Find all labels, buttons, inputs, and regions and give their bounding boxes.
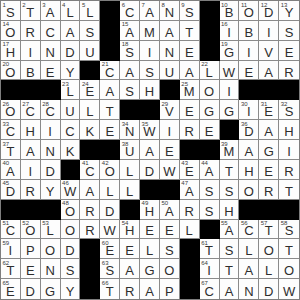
cell-r4c2[interactable]: B (21, 61, 41, 81)
cell-letter: E (125, 244, 134, 257)
clue-number-53: 53 (42, 220, 49, 227)
cell-letter: D (105, 205, 114, 218)
cell-r7c3[interactable]: I (41, 120, 61, 140)
black-cell-r10c9 (160, 180, 180, 200)
cell-r13c12[interactable]: S (220, 239, 240, 259)
cell-r8c14[interactable]: G (259, 140, 279, 160)
cell-r14c4[interactable]: S (61, 259, 81, 279)
cell-letter: I (267, 26, 271, 39)
cell-r3c13[interactable]: I (239, 41, 259, 61)
cell-letter: Y (46, 185, 55, 198)
cell-r13c6[interactable]: 60E (100, 239, 120, 259)
cell-r12c4[interactable]: O (61, 220, 81, 240)
clue-number-65: 65 (3, 280, 10, 287)
cell-r4c7[interactable]: A (120, 61, 140, 81)
cell-r15c2[interactable]: D (21, 279, 41, 299)
clue-number-37: 37 (3, 141, 10, 148)
cell-r4c6[interactable]: 21C (100, 61, 120, 81)
cell-r10c1[interactable]: 45D (1, 180, 21, 200)
cell-r7c13[interactable]: 36D (239, 120, 259, 140)
cell-r9c1[interactable]: 40A (1, 160, 21, 180)
cell-r13c15[interactable]: T (279, 239, 299, 259)
cell-r8c4[interactable]: K (61, 140, 81, 160)
cell-r3c2[interactable]: I (21, 41, 41, 61)
cell-r6c9[interactable]: 29V (160, 100, 180, 120)
clue-number-23: 23 (62, 81, 69, 88)
cell-r3c12[interactable]: 19G (220, 41, 240, 61)
cell-r9c15[interactable]: R (279, 160, 299, 180)
cell-r9c8[interactable]: D (140, 160, 160, 180)
cell-r14c6[interactable]: 63S (100, 259, 120, 279)
cell-letter: S (225, 244, 234, 257)
cell-letter: D (65, 46, 74, 59)
cell-r6c10[interactable]: E (180, 100, 200, 120)
cell-letter: E (165, 145, 174, 158)
cell-r15c15[interactable]: W (279, 279, 299, 299)
black-cell-r12c11 (200, 220, 220, 240)
cell-r13c8[interactable]: L (140, 239, 160, 259)
cell-r9c5[interactable]: 41C (80, 160, 100, 180)
cell-r4c14[interactable]: A (259, 61, 279, 81)
cell-r12c14[interactable]: 57T (259, 220, 279, 240)
cell-r4c8[interactable]: S (140, 61, 160, 81)
cell-letter: I (227, 85, 231, 98)
cell-r1c13[interactable]: 11O (239, 1, 259, 21)
cell-r15c13[interactable]: N (239, 279, 259, 299)
clue-number-19: 19 (221, 41, 228, 48)
cell-r8c13[interactable]: A (239, 140, 259, 160)
cell-r2c7[interactable]: 15A (120, 21, 140, 41)
clue-number-62: 62 (3, 260, 10, 267)
cell-r12c15[interactable]: 58S (279, 220, 299, 240)
cell-letter: A (145, 145, 154, 158)
cell-r10c12[interactable]: S (220, 180, 240, 200)
black-cell-r11c13 (239, 200, 259, 220)
cell-r4c10[interactable]: A (180, 61, 200, 81)
cell-r13c13[interactable]: L (239, 239, 259, 259)
cell-r7c9[interactable]: I (160, 120, 180, 140)
cell-r14c14[interactable]: L (259, 259, 279, 279)
cell-r11c4[interactable]: 48O (61, 200, 81, 220)
cell-r4c15[interactable]: R (279, 61, 299, 81)
cell-r8c12[interactable]: 39M (220, 140, 240, 160)
cell-r7c11[interactable]: E (200, 120, 220, 140)
cell-r8c9[interactable]: E (160, 140, 180, 160)
cell-r7c6[interactable]: E (100, 120, 120, 140)
cell-r14c7[interactable]: A (120, 259, 140, 279)
cell-r3c4[interactable]: D (61, 41, 81, 61)
cell-letter: O (284, 264, 294, 277)
cell-r12c5[interactable]: R (80, 220, 100, 240)
cell-r11c10[interactable]: R (180, 200, 200, 220)
cell-r5c12[interactable]: I (220, 80, 240, 100)
cell-r6c6[interactable]: T (100, 100, 120, 120)
cell-r6c12[interactable]: G (220, 100, 240, 120)
cell-r12c8[interactable]: E (140, 220, 160, 240)
clue-number-18: 18 (122, 41, 129, 48)
cell-r14c15[interactable]: O (279, 259, 299, 279)
clue-number-57: 57 (261, 220, 268, 227)
cell-r13c3[interactable]: O (41, 239, 61, 259)
clue-number-36: 36 (241, 121, 248, 128)
cell-r2c9[interactable]: A (160, 21, 180, 41)
cell-r12c7[interactable]: 54H (120, 220, 140, 240)
cell-r3c8[interactable]: I (140, 41, 160, 61)
clue-number-5: 5 (82, 2, 85, 9)
cell-r1c2[interactable]: 2T (21, 1, 41, 21)
cell-r13c14[interactable]: O (259, 239, 279, 259)
cell-r7c7[interactable]: 34N (120, 120, 140, 140)
cell-r14c12[interactable]: T (220, 259, 240, 279)
cell-r7c15[interactable]: H (279, 120, 299, 140)
cell-letter: O (264, 244, 274, 257)
cell-letter: S (86, 26, 95, 39)
cell-r11c9[interactable]: 50A (160, 200, 180, 220)
cell-letter: R (26, 185, 35, 198)
black-cell-r5c3 (41, 80, 61, 100)
cell-r13c4[interactable]: D (61, 239, 81, 259)
clue-number-46: 46 (62, 180, 69, 187)
cell-r15c14[interactable]: D (259, 279, 279, 299)
cell-r9c7[interactable]: L (120, 160, 140, 180)
cell-r10c15[interactable]: T (279, 180, 299, 200)
cell-r5c6[interactable]: A (100, 80, 120, 100)
cell-letter: P (26, 244, 35, 257)
black-cell-r8c5 (80, 140, 100, 160)
cell-letter: L (86, 105, 93, 118)
cell-letter: U (65, 105, 74, 118)
cell-r8c3[interactable]: N (41, 140, 61, 160)
cell-r14c1[interactable]: 62T (1, 259, 21, 279)
cell-r6c13[interactable]: 30I (239, 100, 259, 120)
cell-r1c9[interactable]: 8N (160, 1, 180, 21)
cell-letter: W (104, 224, 116, 237)
cell-r9c10[interactable]: 43E (180, 160, 200, 180)
cell-letter: M (144, 26, 155, 39)
clue-number-63: 63 (102, 260, 109, 267)
cell-letter: P (165, 285, 174, 298)
cell-letter: A (165, 26, 174, 39)
cell-r5c10[interactable]: 25M (180, 80, 200, 100)
cell-r9c2[interactable]: I (21, 160, 41, 180)
clue-number-25: 25 (181, 81, 188, 88)
cell-r15c3[interactable]: G (41, 279, 61, 299)
cell-r3c10[interactable]: E (180, 41, 200, 61)
cell-r7c14[interactable]: A (259, 120, 279, 140)
cell-letter: S (6, 6, 15, 19)
cell-r3c5[interactable]: U (80, 41, 100, 61)
cell-letter: R (264, 185, 273, 198)
cell-letter: E (285, 46, 294, 59)
cell-letter: D (145, 165, 154, 178)
cell-r9c13[interactable]: H (239, 160, 259, 180)
cell-letter: R (26, 26, 35, 39)
cell-letter: W (223, 66, 235, 79)
black-cell-r13c10 (180, 239, 200, 259)
cell-r3c14[interactable]: V (259, 41, 279, 61)
cell-r5c8[interactable]: H (140, 80, 160, 100)
cell-r15c4[interactable]: Y (61, 279, 81, 299)
cell-r5c5[interactable]: 24E (80, 80, 100, 100)
cell-r6c1[interactable]: 26O (1, 100, 21, 120)
cell-r2c10[interactable]: T (180, 21, 200, 41)
cell-r13c2[interactable]: P (21, 239, 41, 259)
cell-r1c5[interactable]: 5L (80, 1, 100, 21)
cell-r6c2[interactable]: 27C (21, 100, 41, 120)
cell-r6c15[interactable]: 32S (279, 100, 299, 120)
cell-letter: W (283, 285, 295, 298)
cell-letter: T (285, 244, 293, 257)
cell-r12c13[interactable]: 56C (239, 220, 259, 240)
black-cell-r4c5 (80, 61, 100, 81)
cell-letter: N (244, 285, 253, 298)
cell-r12c1[interactable]: 51C (1, 220, 21, 240)
black-cell-r3c6 (100, 41, 120, 61)
cell-r12c9[interactable]: E (160, 220, 180, 240)
cell-letter: U (165, 66, 174, 79)
cell-r15c9[interactable]: P (160, 279, 180, 299)
cell-r12c10[interactable]: L (180, 220, 200, 240)
cell-r14c9[interactable]: O (160, 259, 180, 279)
clue-number-3: 3 (42, 2, 45, 9)
cell-r11c11[interactable]: S (200, 200, 220, 220)
cell-letter: L (126, 185, 133, 198)
cell-r1c8[interactable]: 7A (140, 1, 160, 21)
cell-r9c11[interactable]: 44A (200, 160, 220, 180)
cell-r11c8[interactable]: 49H (140, 200, 160, 220)
cell-r1c14[interactable]: 12D (259, 1, 279, 21)
cell-r15c11[interactable]: 67C (200, 279, 220, 299)
cell-r4c1[interactable]: 20O (1, 61, 21, 81)
cell-r4c13[interactable]: E (239, 61, 259, 81)
cell-r7c10[interactable]: R (180, 120, 200, 140)
cell-letter: I (247, 46, 251, 59)
cell-r1c12[interactable]: 10B (220, 1, 240, 21)
cell-letter: I (287, 145, 291, 158)
cell-r14c11[interactable]: 64I (200, 259, 220, 279)
cell-letter: E (185, 105, 194, 118)
cell-r7c8[interactable]: 35W (140, 120, 160, 140)
clue-number-2: 2 (22, 2, 25, 9)
cell-letter: S (205, 205, 214, 218)
cell-r15c8[interactable]: A (140, 279, 160, 299)
cell-letter: B (26, 66, 35, 79)
cell-r3c15[interactable]: E (279, 41, 299, 61)
cell-letter: L (126, 165, 133, 178)
black-cell-r1c6 (100, 1, 120, 21)
cell-r8c1[interactable]: 37T (1, 140, 21, 160)
cell-letter: C (125, 6, 134, 19)
cell-r2c5[interactable]: S (80, 21, 100, 41)
cell-r8c7[interactable]: 38U (120, 140, 140, 160)
cell-r6c5[interactable]: L (80, 100, 100, 120)
cell-r4c11[interactable]: 22L (200, 61, 220, 81)
cell-letter: L (106, 185, 113, 198)
cell-r2c3[interactable]: C (41, 21, 61, 41)
black-cell-r7c12 (220, 120, 240, 140)
cell-r10c10[interactable]: 47A (180, 180, 200, 200)
cell-r6c11[interactable]: G (200, 100, 220, 120)
cell-r12c12[interactable]: 55A (220, 220, 240, 240)
cell-r4c12[interactable]: W (220, 61, 240, 81)
clue-number-9: 9 (181, 2, 184, 9)
cell-r10c4[interactable]: 46W (61, 180, 81, 200)
cell-letter: E (26, 264, 35, 277)
cell-r1c3[interactable]: 3A (41, 1, 61, 21)
cell-r15c6[interactable]: 66T (100, 279, 120, 299)
clue-number-60: 60 (102, 240, 109, 247)
cell-r2c14[interactable]: I (259, 21, 279, 41)
cell-r1c15[interactable]: 13Y (279, 1, 299, 21)
cell-r6c14[interactable]: 31E (259, 100, 279, 120)
cell-letter: L (265, 264, 272, 277)
cell-r7c4[interactable]: C (61, 120, 81, 140)
cell-r8c8[interactable]: A (140, 140, 160, 160)
cell-r5c11[interactable]: O (200, 80, 220, 100)
cell-letter: R (284, 66, 293, 79)
clue-number-32: 32 (281, 101, 288, 108)
clue-number-50: 50 (161, 200, 168, 207)
cell-letter: N (45, 46, 54, 59)
cell-r15c12[interactable]: A (220, 279, 240, 299)
cell-r2c4[interactable]: A (61, 21, 81, 41)
cell-r7c1[interactable]: 33C (1, 120, 21, 140)
cell-r2c15[interactable]: S (279, 21, 299, 41)
cell-letter: H (284, 125, 293, 138)
cell-letter: A (264, 66, 273, 79)
cell-r1c10[interactable]: 9S (180, 1, 200, 21)
cell-r13c11[interactable]: 61T (200, 239, 220, 259)
clue-number-58: 58 (281, 220, 288, 227)
cell-r8c2[interactable]: A (21, 140, 41, 160)
clue-number-47: 47 (181, 180, 188, 187)
cell-r11c12[interactable]: H (220, 200, 240, 220)
cell-r13c7[interactable]: E (120, 239, 140, 259)
cell-r4c3[interactable]: E (41, 61, 61, 81)
black-cell-r3c11 (200, 41, 220, 61)
cell-letter: T (185, 26, 193, 39)
cell-r1c4[interactable]: 4L (61, 1, 81, 21)
cell-letter: L (86, 6, 93, 19)
cell-r10c2[interactable]: R (21, 180, 41, 200)
cell-r5c7[interactable]: S (120, 80, 140, 100)
cell-r10c13[interactable]: O (239, 180, 259, 200)
cell-r15c7[interactable]: R (120, 279, 140, 299)
cell-r10c3[interactable]: Y (41, 180, 61, 200)
cell-r3c1[interactable]: 17H (1, 41, 21, 61)
cell-letter: R (85, 224, 94, 237)
cell-letter: R (284, 165, 293, 178)
clue-number-16: 16 (221, 21, 228, 28)
cell-letter: I (28, 46, 32, 59)
cell-r1c7[interactable]: 6C (120, 1, 140, 21)
cell-r11c5[interactable]: R (80, 200, 100, 220)
cell-letter: B (244, 26, 253, 39)
cell-r9c12[interactable]: T (220, 160, 240, 180)
cell-letter: A (105, 85, 114, 98)
cell-letter: K (66, 145, 75, 158)
cell-r14c13[interactable]: A (239, 259, 259, 279)
cell-r4c9[interactable]: U (160, 61, 180, 81)
black-cell-r15c10 (180, 279, 200, 299)
cell-r10c11[interactable]: S (200, 180, 220, 200)
cell-letter: I (168, 125, 172, 138)
cell-letter: A (185, 66, 194, 79)
cell-r8c15[interactable]: I (279, 140, 299, 160)
cell-r1c1[interactable]: 1S (1, 1, 21, 21)
clue-number-22: 22 (201, 61, 208, 68)
cell-r9c6[interactable]: 42O (100, 160, 120, 180)
cell-letter: S (225, 185, 234, 198)
cell-letter: E (145, 224, 154, 237)
cell-r3c9[interactable]: N (160, 41, 180, 61)
cell-r7c5[interactable]: K (80, 120, 100, 140)
cell-r10c7[interactable]: L (120, 180, 140, 200)
cell-r14c8[interactable]: G (140, 259, 160, 279)
cell-r2c1[interactable]: 14O (1, 21, 21, 41)
cell-r13c1[interactable]: 59I (1, 239, 21, 259)
clue-number-27: 27 (22, 101, 29, 108)
cell-r2c8[interactable]: M (140, 21, 160, 41)
cell-r3c7[interactable]: 18S (120, 41, 140, 61)
cell-r10c14[interactable]: R (259, 180, 279, 200)
cell-letter: S (66, 264, 75, 277)
cell-letter: C (204, 285, 213, 298)
clue-number-4: 4 (62, 2, 65, 9)
cell-r11c6[interactable]: D (100, 200, 120, 220)
cell-letter: A (244, 145, 253, 158)
clue-number-15: 15 (122, 21, 129, 28)
cell-r12c6[interactable]: W (100, 220, 120, 240)
cell-r9c3[interactable]: D (41, 160, 61, 180)
clue-number-11: 11 (241, 2, 247, 9)
cell-r10c6[interactable]: L (100, 180, 120, 200)
clue-number-55: 55 (221, 220, 228, 227)
cell-r9c9[interactable]: W (160, 160, 180, 180)
cell-r3c3[interactable]: N (41, 41, 61, 61)
cell-r10c5[interactable]: A (80, 180, 100, 200)
black-cell-r5c2 (21, 80, 41, 100)
cell-letter: Y (66, 285, 75, 298)
cell-r13c9[interactable]: S (160, 239, 180, 259)
clue-number-12: 12 (261, 2, 268, 9)
cell-r14c3[interactable]: N (41, 259, 61, 279)
clue-number-42: 42 (102, 160, 109, 167)
cell-letter: H (145, 85, 154, 98)
cell-r2c13[interactable]: B (239, 21, 259, 41)
cell-letter: O (244, 185, 254, 198)
cell-letter: U (85, 46, 94, 59)
cell-r12c2[interactable]: 52O (21, 220, 41, 240)
cell-r15c1[interactable]: 65E (1, 279, 21, 299)
cell-r7c2[interactable]: H (21, 120, 41, 140)
cell-r9c14[interactable]: E (259, 160, 279, 180)
cell-r14c2[interactable]: E (21, 259, 41, 279)
cell-r2c12[interactable]: 16I (220, 21, 240, 41)
clue-number-34: 34 (122, 121, 129, 128)
cell-letter: N (45, 264, 54, 277)
black-cell-r5c15 (279, 80, 299, 100)
cell-r12c3[interactable]: 53L (41, 220, 61, 240)
cell-letter: I (148, 46, 152, 59)
cell-r2c2[interactable]: R (21, 21, 41, 41)
cell-r6c3[interactable]: 28C (41, 100, 61, 120)
cell-r6c4[interactable]: U (61, 100, 81, 120)
cell-r5c4[interactable]: 23L (61, 80, 81, 100)
clue-number-39: 39 (221, 141, 228, 148)
cell-r4c4[interactable]: Y (61, 61, 81, 81)
cell-letter: C (65, 125, 74, 138)
